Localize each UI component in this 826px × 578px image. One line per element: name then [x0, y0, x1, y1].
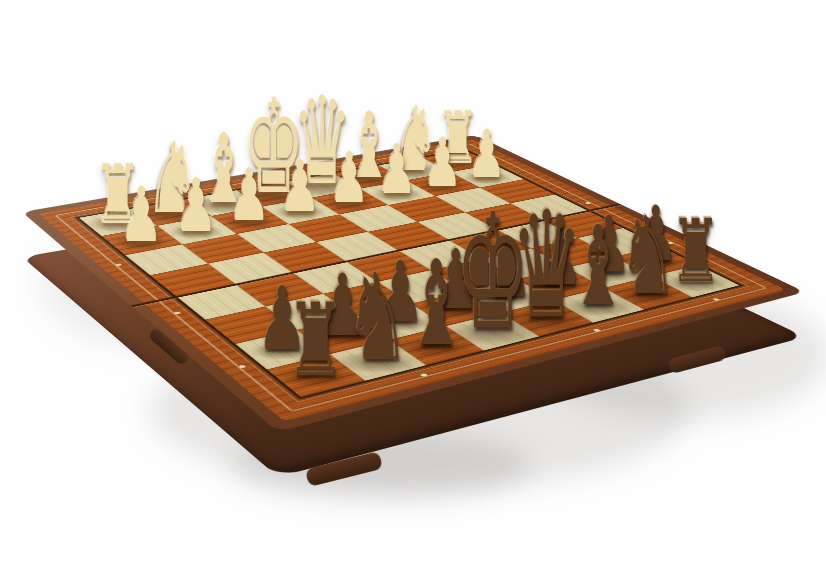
piece-white-pawn-c2[interactable]: ♟: [377, 158, 417, 202]
piece-white-pawn-d2[interactable]: ♟: [329, 166, 370, 211]
piece-black-knight-b8[interactable]: ♞: [619, 241, 678, 306]
piece-white-pawn-f2[interactable]: ♟: [228, 183, 270, 230]
piece-white-pawn-h2[interactable]: ♟: [119, 202, 163, 251]
piece-white-pawn-g2[interactable]: ♟: [175, 193, 218, 241]
piece-black-rook-a8[interactable]: ♜: [670, 235, 722, 293]
piece-white-pawn-e2[interactable]: ♟: [280, 175, 321, 221]
pieces-layer: ♜♞♝♛♚♝♞♜♟♟♟♟♟♟♟♟♟♟♟♟♟♟♟♟♜♞♝♛♚♝♞♜: [0, 0, 826, 578]
piece-black-knight-g8[interactable]: ♞: [345, 302, 410, 375]
piece-black-rook-h8[interactable]: ♜: [286, 322, 346, 389]
